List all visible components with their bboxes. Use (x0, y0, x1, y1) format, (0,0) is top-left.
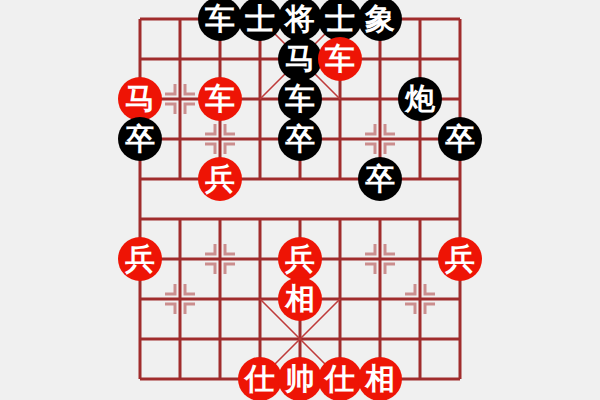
piece-red-horse[interactable]: 马 (118, 77, 162, 121)
piece-red-chariot[interactable]: 车 (198, 77, 242, 121)
piece-red-soldier[interactable]: 兵 (438, 237, 482, 281)
piece-red-elephant[interactable]: 相 (358, 357, 402, 400)
piece-red-soldier[interactable]: 兵 (198, 157, 242, 201)
piece-red-elephant[interactable]: 相 (278, 277, 322, 321)
piece-red-general[interactable]: 帅 (278, 357, 322, 400)
piece-red-chariot[interactable]: 车 (318, 37, 362, 81)
piece-red-advisor[interactable]: 仕 (318, 357, 362, 400)
piece-red-advisor[interactable]: 仕 (238, 357, 282, 400)
piece-black-soldier[interactable]: 卒 (438, 117, 482, 161)
piece-black-horse[interactable]: 马 (278, 37, 322, 81)
piece-red-soldier[interactable]: 兵 (118, 237, 162, 281)
xiangqi-board: 车士将士象马车马车车炮卒卒卒兵卒兵兵兵相仕帅仕相 (0, 0, 600, 400)
piece-black-soldier[interactable]: 卒 (278, 117, 322, 161)
piece-black-chariot[interactable]: 车 (278, 77, 322, 121)
piece-red-soldier[interactable]: 兵 (278, 237, 322, 281)
piece-black-soldier[interactable]: 卒 (358, 157, 402, 201)
piece-black-cannon[interactable]: 炮 (398, 77, 442, 121)
piece-black-soldier[interactable]: 卒 (118, 117, 162, 161)
